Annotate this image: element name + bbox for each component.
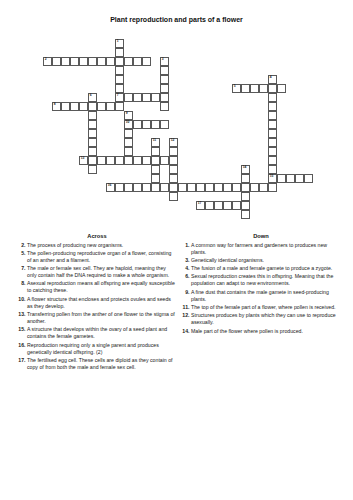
grid-cell-r13c6[interactable] — [97, 156, 106, 165]
down-clues-column: Down 1.A common way for farmers and gard… — [182, 233, 340, 372]
grid-cell-r13c14[interactable] — [169, 156, 178, 165]
cell-number-9: 9 — [126, 112, 128, 115]
grid-cell-r5c24[interactable] — [259, 84, 268, 93]
grid-cell-r12c5[interactable] — [88, 147, 97, 156]
down-clue-11: 11.The top of the female part of a flowe… — [182, 304, 340, 311]
grid-cell-r15c14[interactable] — [169, 174, 178, 183]
cell-number-15: 15 — [270, 175, 274, 178]
grid-cell-r6c10[interactable] — [133, 93, 142, 102]
grid-cell-r7c5[interactable] — [88, 102, 97, 111]
grid-cell-r13c12[interactable] — [151, 156, 160, 165]
grid-cell-r16c11[interactable] — [142, 183, 151, 192]
grid-cell-r10c9[interactable] — [124, 129, 133, 138]
cell-number-12: 12 — [171, 139, 175, 142]
clue-text: Structures produces by plants which they… — [191, 312, 340, 326]
clue-text: The process of producing new organisms. — [27, 242, 176, 249]
grid-cell-r6c8[interactable]: 7 — [115, 93, 124, 102]
grid-cell-r14c25[interactable] — [268, 165, 277, 174]
clue-text: Reproduction requiring only a single par… — [27, 342, 176, 356]
grid-cell-r16c20[interactable] — [223, 183, 232, 192]
page-title: Plant reproduction and parts of a flower — [0, 16, 353, 23]
across-clue-10: 10.A flower structure that encloses and … — [18, 296, 176, 310]
clue-text: Asexual reproduction means all offspring… — [27, 280, 176, 294]
grid-cell-r15c22[interactable] — [241, 174, 250, 183]
grid-cell-r5c22[interactable] — [241, 84, 250, 93]
grid-cell-r16c12[interactable] — [151, 183, 160, 192]
grid-cell-r9c10[interactable] — [133, 120, 142, 129]
down-clue-6: 6.Sexual reproduction creates this in of… — [182, 273, 340, 287]
grid-cell-r7c7[interactable] — [106, 102, 115, 111]
cell-number-3: 3 — [162, 58, 164, 61]
grid-cell-r16c13[interactable] — [160, 183, 169, 192]
across-clue-5: 5.The pollen-producing reproductive orga… — [18, 250, 176, 264]
clue-number: 4. — [182, 265, 191, 272]
across-clues-column: Across 2.The process of producing new or… — [18, 233, 176, 372]
grid-cell-r7c8[interactable] — [115, 102, 124, 111]
across-clue-13: 13.Transferring pollen from the anther o… — [18, 311, 176, 325]
grid-cell-r9c13[interactable] — [160, 120, 169, 129]
grid-cell-r9c12[interactable] — [151, 120, 160, 129]
grid-cell-r12c25[interactable] — [268, 147, 277, 156]
cell-number-6: 6 — [90, 94, 92, 97]
grid-cell-r6c9[interactable] — [124, 93, 133, 102]
grid-cell-r16c25[interactable] — [268, 183, 277, 192]
grid-cell-r8c9[interactable]: 9 — [124, 111, 133, 120]
cell-number-1: 1 — [117, 40, 119, 43]
clue-text: Sexual reproduction creates this in offs… — [191, 273, 340, 287]
clue-text: The fusion of a male and female gamete t… — [191, 265, 340, 272]
clue-text: The top of the female part of a flower, … — [191, 304, 340, 311]
clue-text: The fertilised egg cell. These cells are… — [27, 357, 176, 371]
grid-cell-r16c15[interactable] — [178, 183, 187, 192]
grid-cell-r15c27[interactable] — [286, 174, 295, 183]
grid-cell-r13c13[interactable] — [160, 156, 169, 165]
grid-cell-r2c5[interactable] — [88, 57, 97, 66]
grid-cell-r15c25[interactable]: 15 — [268, 174, 277, 183]
across-clue-17: 17.The fertilised egg cell. These cells … — [18, 357, 176, 371]
across-clue-2: 2.The process of producing new organisms… — [18, 242, 176, 249]
grid-cell-r4c25[interactable]: 4 — [268, 75, 277, 84]
grid-cell-r13c7[interactable] — [106, 156, 115, 165]
clue-number: 9. — [182, 289, 191, 303]
grid-cell-r3c8[interactable] — [115, 66, 124, 75]
grid-cell-r6c25[interactable] — [268, 93, 277, 102]
grid-cell-r13c8[interactable] — [115, 156, 124, 165]
grid-cell-r5c26[interactable] — [277, 84, 286, 93]
cell-number-14: 14 — [243, 166, 247, 169]
grid-cell-r2c8[interactable] — [115, 57, 124, 66]
grid-cell-r16c23[interactable] — [250, 183, 259, 192]
grid-cell-r2c9[interactable] — [124, 57, 133, 66]
grid-cell-r12c9[interactable] — [124, 147, 133, 156]
grid-cell-r1c8[interactable] — [115, 48, 124, 57]
grid-cell-r15c29[interactable] — [304, 174, 313, 183]
grid-cell-r5c13[interactable] — [160, 84, 169, 93]
grid-cell-r11c5[interactable] — [88, 138, 97, 147]
grid-cell-r14c22[interactable]: 14 — [241, 165, 250, 174]
grid-cell-r13c5[interactable] — [88, 156, 97, 165]
grid-cell-r18c22[interactable] — [241, 201, 250, 210]
cell-number-16: 16 — [108, 184, 112, 187]
cell-number-2: 2 — [45, 58, 47, 61]
grid-cell-r15c26[interactable] — [277, 174, 286, 183]
grid-cell-r3c13[interactable] — [160, 66, 169, 75]
down-clue-12: 12.Structures produces by plants which t… — [182, 312, 340, 326]
down-clue-3: 3.Genetically identical organisms. — [182, 257, 340, 264]
grid-cell-r16c19[interactable] — [214, 183, 223, 192]
clue-number: 15. — [18, 326, 27, 340]
grid-cell-r16c24[interactable] — [259, 183, 268, 192]
grid-cell-r2c11[interactable] — [142, 57, 151, 66]
grid-cell-r5c21[interactable]: 5 — [232, 84, 241, 93]
grid-cell-r7c6[interactable] — [97, 102, 106, 111]
grid-cell-r5c8[interactable] — [115, 84, 124, 93]
grid-cell-r7c3[interactable] — [70, 102, 79, 111]
grid-cell-r6c11[interactable] — [142, 93, 151, 102]
clue-text: The pollen-producing reproductive organ … — [27, 250, 176, 264]
clue-number: 5. — [18, 250, 27, 264]
down-clue-14: 14.Male part of the flower where pollen … — [182, 328, 340, 335]
grid-cell-r2c3[interactable] — [70, 57, 79, 66]
down-clue-list: 1.A common way for farmers and gardeners… — [182, 242, 340, 335]
grid-cell-r6c12[interactable] — [151, 93, 160, 102]
grid-cell-r18c20[interactable] — [223, 201, 232, 210]
clue-number: 3. — [182, 257, 191, 264]
grid-cell-r13c25[interactable] — [268, 156, 277, 165]
clue-number: 6. — [182, 273, 191, 287]
grid-cell-r11c14[interactable]: 12 — [169, 138, 178, 147]
grid-cell-r17c22[interactable] — [241, 192, 250, 201]
clue-text: A flower structure that encloses and pro… — [27, 296, 176, 310]
clue-number: 10. — [18, 296, 27, 310]
across-header: Across — [18, 233, 176, 239]
clue-number: 16. — [18, 342, 27, 356]
grid-cell-r16c10[interactable] — [133, 183, 142, 192]
grid-cell-r9c11[interactable] — [142, 120, 151, 129]
grid-cell-r16c9[interactable] — [124, 183, 133, 192]
crossword-worksheet: Plant reproduction and parts of a flower… — [0, 0, 353, 500]
grid-cell-r2c0[interactable]: 2 — [43, 57, 52, 66]
grid-cell-r10c25[interactable] — [268, 129, 277, 138]
grid-cell-r16c21[interactable] — [232, 183, 241, 192]
across-clue-15: 15.A structure that develops within the … — [18, 326, 176, 340]
clue-number: 12. — [182, 312, 191, 326]
grid-cell-r16c16[interactable] — [187, 183, 196, 192]
clue-number: 8. — [18, 280, 27, 294]
across-clue-16: 16.Reproduction requiring only a single … — [18, 342, 176, 356]
grid-cell-r2c10[interactable] — [133, 57, 142, 66]
cell-number-8: 8 — [54, 103, 56, 106]
grid-cell-r14c14[interactable] — [169, 165, 178, 174]
grid-cell-r7c1[interactable]: 8 — [52, 102, 61, 111]
grid-cell-r15c12[interactable] — [151, 174, 160, 183]
grid-cell-r8c5[interactable] — [88, 111, 97, 120]
grid-cell-r5c25[interactable] — [268, 84, 277, 93]
grid-cell-r2c2[interactable] — [61, 57, 70, 66]
down-clue-4: 4.The fusion of a male and female gamete… — [182, 265, 340, 272]
grid-cell-r2c7[interactable] — [106, 57, 115, 66]
across-clue-list: 2.The process of producing new organisms… — [18, 242, 176, 372]
grid-cell-r12c12[interactable] — [151, 147, 160, 156]
down-clue-1: 1.A common way for farmers and gardeners… — [182, 242, 340, 256]
grid-cell-r16c14[interactable] — [169, 183, 178, 192]
clue-number: 14. — [182, 328, 191, 335]
grid-cell-r4c8[interactable] — [115, 75, 124, 84]
grid-cell-r5c23[interactable] — [250, 84, 259, 93]
clue-text: Genetically identical organisms. — [191, 257, 340, 264]
grid-cell-r7c25[interactable] — [268, 102, 277, 111]
down-header: Down — [182, 233, 340, 239]
grid-cell-r11c25[interactable] — [268, 138, 277, 147]
grid-cell-r18c17[interactable]: 17 — [196, 201, 205, 210]
grid-cell-r2c6[interactable] — [97, 57, 106, 66]
grid-cell-r13c11[interactable] — [142, 156, 151, 165]
grid-cell-r4c13[interactable] — [160, 75, 169, 84]
grid-cell-r18c19[interactable] — [214, 201, 223, 210]
grid-cell-r13c9[interactable] — [124, 156, 133, 165]
grid-cell-r8c25[interactable] — [268, 111, 277, 120]
clue-number: 17. — [18, 357, 27, 371]
grid-cell-r14c5[interactable] — [88, 165, 97, 174]
grid-cell-r10c5[interactable] — [88, 129, 97, 138]
clue-number: 1. — [182, 242, 191, 256]
clue-number: 13. — [18, 311, 27, 325]
grid-cell-r6c13[interactable] — [160, 93, 169, 102]
across-clue-7: 7.The male or female sex cell. They are … — [18, 265, 176, 279]
grid-cell-r17c14[interactable] — [169, 192, 178, 201]
grid-cell-r7c4[interactable] — [79, 102, 88, 111]
clue-text: Transferring pollen from the anther of o… — [27, 311, 176, 325]
clue-text: A common way for farmers and gardeners t… — [191, 242, 340, 256]
grid-cell-r18c18[interactable] — [205, 201, 214, 210]
grid-cell-r18c21[interactable] — [232, 201, 241, 210]
grid-cell-r16c7[interactable]: 16 — [106, 183, 115, 192]
grid-cell-r16c18[interactable] — [205, 183, 214, 192]
grid-cell-r7c2[interactable] — [61, 102, 70, 111]
cell-number-17: 17 — [198, 202, 202, 205]
grid-cell-r15c28[interactable] — [295, 174, 304, 183]
clue-text: Male part of the flower where pollen is … — [191, 328, 340, 335]
cell-number-5: 5 — [234, 85, 236, 88]
clue-text: A fine dust that contains the male gamet… — [191, 289, 340, 303]
across-clue-8: 8.Asexual reproduction means all offspri… — [18, 280, 176, 294]
grid-cell-r2c13[interactable]: 3 — [160, 57, 169, 66]
cell-number-4: 4 — [270, 76, 272, 79]
grid-cell-r6c5[interactable]: 6 — [88, 93, 97, 102]
clue-lists: Across 2.The process of producing new or… — [18, 233, 340, 372]
cell-number-13: 13 — [81, 157, 85, 160]
cell-number-10: 10 — [126, 121, 130, 124]
grid-cell-r14c12[interactable] — [151, 165, 160, 174]
grid-cell-r0c8[interactable]: 1 — [115, 39, 124, 48]
grid-cell-r7c13[interactable] — [160, 102, 169, 111]
crossword-grid: 1723415568910111213141617 — [43, 39, 314, 220]
grid-cell-r12c14[interactable] — [169, 147, 178, 156]
grid-cell-r13c4[interactable]: 13 — [79, 156, 88, 165]
grid-cell-r2c1[interactable] — [52, 57, 61, 66]
grid-cell-r19c22[interactable] — [241, 210, 250, 219]
grid-cell-r2c4[interactable] — [79, 57, 88, 66]
cell-number-7: 7 — [117, 94, 119, 97]
grid-cell-r9c5[interactable] — [88, 120, 97, 129]
clue-number: 11. — [182, 304, 191, 311]
clue-number: 2. — [18, 242, 27, 249]
down-clue-9: 9.A fine dust that contains the male gam… — [182, 289, 340, 303]
clue-number: 7. — [18, 265, 27, 279]
cell-number-11: 11 — [153, 139, 157, 142]
clue-text: A structure that develops within the ova… — [27, 326, 176, 340]
grid-cell-r13c10[interactable] — [133, 156, 142, 165]
grid-cell-r11c9[interactable] — [124, 138, 133, 147]
grid-cell-r16c22[interactable] — [241, 183, 250, 192]
grid-cell-r16c8[interactable] — [115, 183, 124, 192]
grid-cell-r9c9[interactable]: 10 — [124, 120, 133, 129]
grid-cell-r9c25[interactable] — [268, 120, 277, 129]
clue-text: The male or female sex cell. They are ha… — [27, 265, 176, 279]
grid-cell-r11c12[interactable]: 11 — [151, 138, 160, 147]
grid-cell-r16c17[interactable] — [196, 183, 205, 192]
